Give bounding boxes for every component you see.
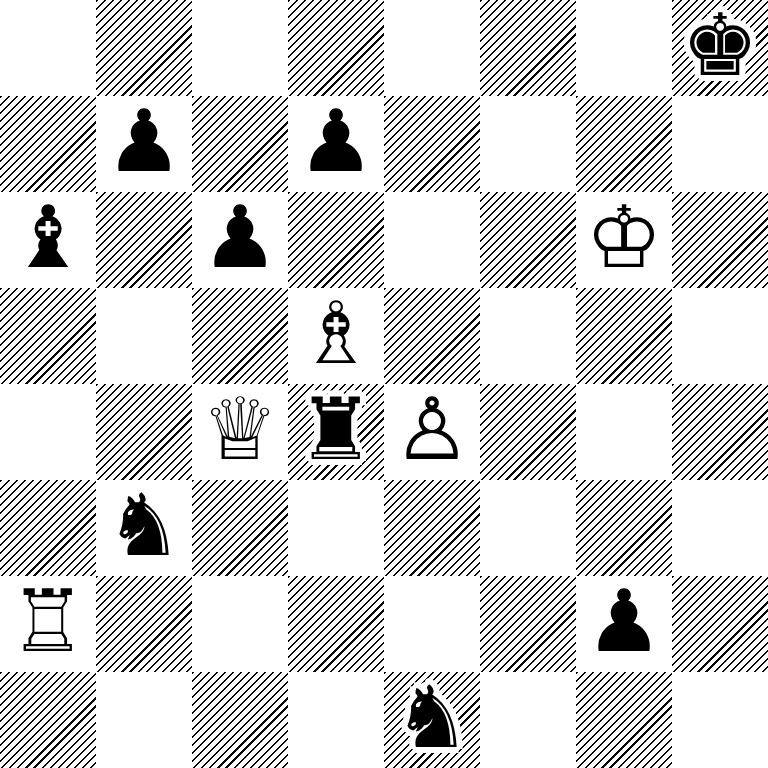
- square-d4[interactable]: ♜: [288, 384, 384, 480]
- piece-black-bishop: ♝: [9, 189, 86, 285]
- square-f2[interactable]: [480, 576, 576, 672]
- piece-white-bishop: ♗: [297, 285, 374, 381]
- square-e1[interactable]: ♞: [384, 672, 480, 768]
- square-h3[interactable]: [672, 480, 768, 576]
- square-b7[interactable]: ♟: [96, 96, 192, 192]
- square-g4[interactable]: [576, 384, 672, 480]
- square-e5[interactable]: [384, 288, 480, 384]
- square-c2[interactable]: [192, 576, 288, 672]
- square-b1[interactable]: [96, 672, 192, 768]
- piece-white-rook: ♖: [9, 573, 86, 669]
- square-d8[interactable]: [288, 0, 384, 96]
- piece-black-rook: ♜: [297, 381, 374, 477]
- square-f4[interactable]: [480, 384, 576, 480]
- piece-black-pawn: ♟: [297, 93, 374, 189]
- square-d3[interactable]: [288, 480, 384, 576]
- square-c8[interactable]: [192, 0, 288, 96]
- square-f3[interactable]: [480, 480, 576, 576]
- square-c6[interactable]: ♟: [192, 192, 288, 288]
- square-g3[interactable]: [576, 480, 672, 576]
- square-a3[interactable]: [0, 480, 96, 576]
- square-f8[interactable]: [480, 0, 576, 96]
- square-a6[interactable]: ♝: [0, 192, 96, 288]
- square-a5[interactable]: [0, 288, 96, 384]
- square-e6[interactable]: [384, 192, 480, 288]
- square-d1[interactable]: [288, 672, 384, 768]
- square-c1[interactable]: [192, 672, 288, 768]
- square-a4[interactable]: [0, 384, 96, 480]
- piece-white-king: ♔: [585, 189, 662, 285]
- square-d5[interactable]: ♗: [288, 288, 384, 384]
- piece-black-king: ♚: [681, 0, 758, 93]
- piece-white-queen: ♕: [201, 381, 278, 477]
- square-a1[interactable]: [0, 672, 96, 768]
- square-b2[interactable]: [96, 576, 192, 672]
- square-a2[interactable]: ♖: [0, 576, 96, 672]
- square-a7[interactable]: [0, 96, 96, 192]
- piece-white-pawn: ♙: [393, 381, 470, 477]
- square-e4[interactable]: ♙: [384, 384, 480, 480]
- square-e8[interactable]: [384, 0, 480, 96]
- square-b5[interactable]: [96, 288, 192, 384]
- square-f1[interactable]: [480, 672, 576, 768]
- square-d6[interactable]: [288, 192, 384, 288]
- square-d2[interactable]: [288, 576, 384, 672]
- square-h1[interactable]: [672, 672, 768, 768]
- piece-black-pawn: ♟: [585, 573, 662, 669]
- square-h2[interactable]: [672, 576, 768, 672]
- square-g2[interactable]: ♟: [576, 576, 672, 672]
- square-e2[interactable]: [384, 576, 480, 672]
- square-b6[interactable]: [96, 192, 192, 288]
- square-h8[interactable]: ♚: [672, 0, 768, 96]
- square-f6[interactable]: [480, 192, 576, 288]
- square-g6[interactable]: ♔: [576, 192, 672, 288]
- square-g8[interactable]: [576, 0, 672, 96]
- square-h6[interactable]: [672, 192, 768, 288]
- piece-black-knight: ♞: [105, 477, 182, 573]
- square-d7[interactable]: ♟: [288, 96, 384, 192]
- square-h4[interactable]: [672, 384, 768, 480]
- square-b8[interactable]: [96, 0, 192, 96]
- square-c3[interactable]: [192, 480, 288, 576]
- square-c4[interactable]: ♕: [192, 384, 288, 480]
- square-f7[interactable]: [480, 96, 576, 192]
- square-g7[interactable]: [576, 96, 672, 192]
- square-b3[interactable]: ♞: [96, 480, 192, 576]
- square-a8[interactable]: [0, 0, 96, 96]
- square-e3[interactable]: [384, 480, 480, 576]
- square-c7[interactable]: [192, 96, 288, 192]
- square-h5[interactable]: [672, 288, 768, 384]
- chess-board: ♚♟♟♝♟♔♗♕♜♙♞♖♟♞: [0, 0, 768, 768]
- square-e7[interactable]: [384, 96, 480, 192]
- square-g5[interactable]: [576, 288, 672, 384]
- piece-black-knight: ♞: [393, 669, 470, 765]
- square-g1[interactable]: [576, 672, 672, 768]
- square-b4[interactable]: [96, 384, 192, 480]
- piece-black-pawn: ♟: [105, 93, 182, 189]
- piece-black-pawn: ♟: [201, 189, 278, 285]
- square-h7[interactable]: [672, 96, 768, 192]
- square-f5[interactable]: [480, 288, 576, 384]
- square-c5[interactable]: [192, 288, 288, 384]
